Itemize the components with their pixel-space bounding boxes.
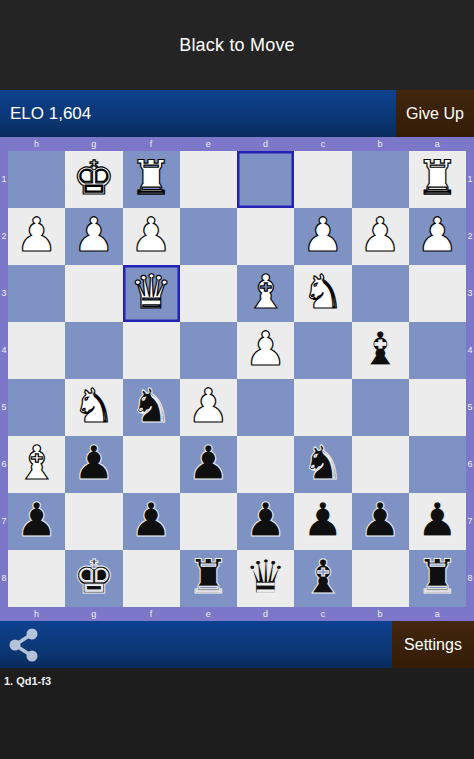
square-f6[interactable] [123,436,180,493]
file-label-bottom-f: f [123,607,180,621]
rank-label-right-7: 7 [466,493,474,550]
square-b1[interactable] [352,151,409,208]
file-label-d: d [237,137,294,151]
square-a1[interactable]: ♜ [409,151,466,208]
piece-white-pawn: ♟ [245,325,287,372]
square-f5[interactable]: ♞ [123,379,180,436]
square-c2[interactable]: ♟ [294,208,351,265]
square-a5[interactable] [409,379,466,436]
piece-black-pawn: ♟ [16,496,58,543]
file-label-bottom-e: e [180,607,237,621]
board-frame-corner [466,607,474,621]
square-d8[interactable]: ♛ [237,550,294,607]
file-label-b: b [352,137,409,151]
piece-white-bishop: ♝ [245,268,287,315]
square-e4[interactable] [180,322,237,379]
square-g3[interactable] [65,265,122,322]
rank-label-4: 4 [0,322,8,379]
chess-board: hgfedcba1♚♜♜12♟♟♟♟♟♟23♛♝♞34♟♝45♞♞♟56♝♟♟♞… [0,137,474,621]
square-h7[interactable]: ♟ [8,493,65,550]
piece-black-queen: ♛ [245,553,287,600]
rank-label-right-1: 1 [466,151,474,208]
square-a4[interactable] [409,322,466,379]
square-b5[interactable] [352,379,409,436]
file-label-bottom-a: a [409,607,466,621]
square-c7[interactable]: ♟ [294,493,351,550]
square-f2[interactable]: ♟ [123,208,180,265]
square-b6[interactable] [352,436,409,493]
square-e8[interactable]: ♜ [180,550,237,607]
elo-rating-label: ELO 1,604 [0,90,396,137]
square-a7[interactable]: ♟ [409,493,466,550]
rank-label-8: 8 [0,550,8,607]
square-d6[interactable] [237,436,294,493]
square-c4[interactable] [294,322,351,379]
square-c3[interactable]: ♞ [294,265,351,322]
square-h1[interactable] [8,151,65,208]
square-h5[interactable] [8,379,65,436]
piece-black-pawn: ♟ [302,496,344,543]
square-e5[interactable]: ♟ [180,379,237,436]
square-b3[interactable] [352,265,409,322]
file-label-h: h [8,137,65,151]
square-g8[interactable]: ♚ [65,550,122,607]
piece-black-pawn: ♟ [130,496,172,543]
settings-button[interactable]: Settings [392,621,474,668]
square-f7[interactable]: ♟ [123,493,180,550]
square-b4[interactable]: ♝ [352,322,409,379]
square-e1[interactable] [180,151,237,208]
square-b2[interactable]: ♟ [352,208,409,265]
square-d4[interactable]: ♟ [237,322,294,379]
square-g7[interactable] [65,493,122,550]
rank-label-5: 5 [0,379,8,436]
piece-black-knight: ♞ [302,439,344,486]
square-f8[interactable] [123,550,180,607]
square-h4[interactable] [8,322,65,379]
piece-black-knight: ♞ [130,382,172,429]
square-b8[interactable] [352,550,409,607]
piece-black-king: ♚ [73,553,115,600]
piece-black-pawn: ♟ [187,439,229,486]
square-d2[interactable] [237,208,294,265]
square-g2[interactable]: ♟ [65,208,122,265]
square-h8[interactable] [8,550,65,607]
square-a6[interactable] [409,436,466,493]
file-label-a: a [409,137,466,151]
square-a8[interactable]: ♜ [409,550,466,607]
square-b7[interactable]: ♟ [352,493,409,550]
piece-white-bishop: ♝ [16,439,58,486]
piece-black-pawn: ♟ [73,439,115,486]
move-text: 1. Qd1-f3 [4,675,51,687]
move-list: 1. Qd1-f3 [0,668,474,759]
square-e3[interactable] [180,265,237,322]
rank-label-1: 1 [0,151,8,208]
piece-white-pawn: ♟ [187,382,229,429]
square-h6[interactable]: ♝ [8,436,65,493]
file-label-f: f [123,137,180,151]
file-label-bottom-g: g [65,607,122,621]
file-label-c: c [294,137,351,151]
rank-label-right-4: 4 [466,322,474,379]
rank-label-right-6: 6 [466,436,474,493]
board-frame-corner [0,607,8,621]
share-button[interactable] [0,621,392,668]
piece-black-pawn: ♟ [245,496,287,543]
piece-white-knight: ♞ [302,268,344,315]
piece-white-pawn: ♟ [359,211,401,258]
file-label-bottom-h: h [8,607,65,621]
rank-label-right-3: 3 [466,265,474,322]
piece-white-pawn: ♟ [16,211,58,258]
action-bar: Settings [0,621,474,668]
file-label-e: e [180,137,237,151]
piece-white-rook: ♜ [130,154,172,201]
share-icon [8,627,39,663]
rank-label-3: 3 [0,265,8,322]
piece-white-queen: ♛ [130,268,172,315]
file-label-g: g [65,137,122,151]
square-g4[interactable] [65,322,122,379]
piece-white-king: ♚ [73,154,115,201]
square-f3[interactable]: ♛ [123,265,180,322]
square-d3[interactable]: ♝ [237,265,294,322]
square-c1[interactable] [294,151,351,208]
piece-white-pawn: ♟ [130,211,172,258]
page-title: Black to Move [179,35,295,56]
square-g6[interactable]: ♟ [65,436,122,493]
status-bar: ELO 1,604 Give Up [0,90,474,137]
rank-label-right-2: 2 [466,208,474,265]
rank-label-right-5: 5 [466,379,474,436]
square-e2[interactable] [180,208,237,265]
square-c8[interactable]: ♝ [294,550,351,607]
square-c6[interactable]: ♞ [294,436,351,493]
rank-label-right-8: 8 [466,550,474,607]
piece-black-bishop: ♝ [359,325,401,372]
square-d7[interactable]: ♟ [237,493,294,550]
square-c5[interactable] [294,379,351,436]
piece-white-pawn: ♟ [416,211,458,258]
board-frame-corner [466,137,474,151]
piece-black-pawn: ♟ [416,496,458,543]
piece-white-rook: ♜ [416,154,458,201]
board-frame-corner [0,137,8,151]
square-a3[interactable] [409,265,466,322]
piece-white-knight: ♞ [73,382,115,429]
square-g5[interactable]: ♞ [65,379,122,436]
give-up-button[interactable]: Give Up [396,90,474,137]
rank-label-6: 6 [0,436,8,493]
rank-label-7: 7 [0,493,8,550]
square-d1[interactable] [237,151,294,208]
file-label-bottom-b: b [352,607,409,621]
square-d5[interactable] [237,379,294,436]
square-g1[interactable]: ♚ [65,151,122,208]
piece-black-rook: ♜ [416,553,458,600]
square-h2[interactable]: ♟ [8,208,65,265]
square-f1[interactable]: ♜ [123,151,180,208]
title-bar: Black to Move [0,0,474,90]
rank-label-2: 2 [0,208,8,265]
file-label-bottom-c: c [294,607,351,621]
square-a2[interactable]: ♟ [409,208,466,265]
piece-white-pawn: ♟ [73,211,115,258]
file-label-bottom-d: d [237,607,294,621]
piece-black-bishop: ♝ [302,553,344,600]
square-f4[interactable] [123,322,180,379]
piece-black-rook: ♜ [187,553,229,600]
piece-white-pawn: ♟ [302,211,344,258]
square-e7[interactable] [180,493,237,550]
square-e6[interactable]: ♟ [180,436,237,493]
square-h3[interactable] [8,265,65,322]
piece-black-pawn: ♟ [359,496,401,543]
